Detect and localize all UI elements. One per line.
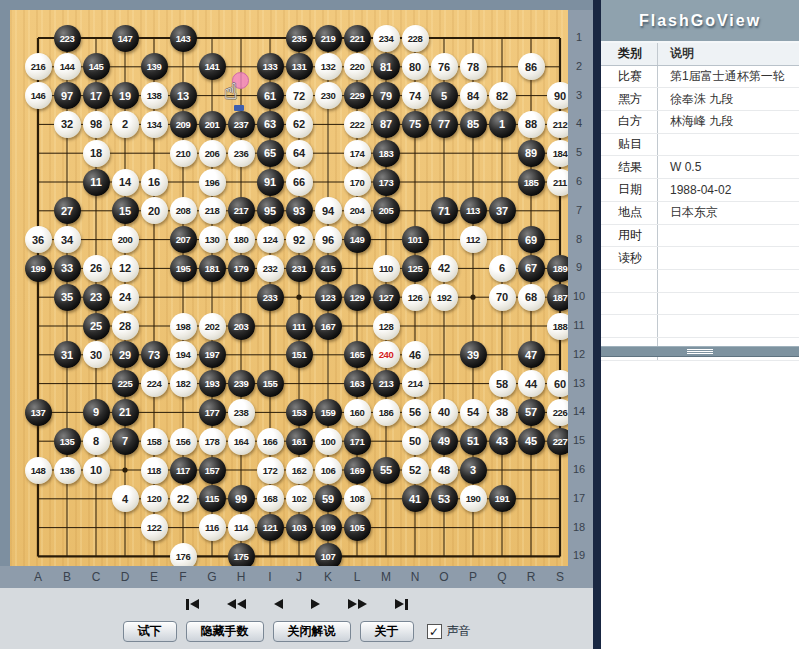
info-row-8: 用时 — [601, 225, 799, 248]
info-label: 白方 — [601, 113, 657, 130]
stone-white-move-220-at-L2: 220 — [344, 53, 371, 80]
stone-black-move-181-at-G9: 181 — [199, 255, 226, 282]
stone-black-move-111-at-J11: 111 — [286, 313, 313, 340]
stone-white-move-4-at-D17: 4 — [112, 485, 139, 512]
stone-black-move-209-at-F4: 209 — [170, 111, 197, 138]
info-label: 黑方 — [601, 91, 657, 108]
first-move-button[interactable] — [184, 596, 201, 612]
pane-separator — [593, 0, 601, 649]
info-value: 1988-04-02 — [657, 179, 799, 201]
stone-white-move-54-at-P14: 54 — [460, 399, 487, 426]
stone-black-move-183-at-M5: 183 — [373, 140, 400, 167]
stone-black-move-201-at-G4: 201 — [199, 111, 226, 138]
stone-white-move-102-at-J17: 102 — [286, 485, 313, 512]
info-row-6: 日期1988-04-02 — [601, 179, 799, 202]
stone-white-move-138-at-E3: 138 — [141, 82, 168, 109]
stone-black-move-141-at-G2: 141 — [199, 53, 226, 80]
row-label-17: 17 — [568, 492, 590, 504]
stone-white-move-22-at-F17: 22 — [170, 485, 197, 512]
row-label-1: 1 — [568, 31, 590, 43]
stone-black-move-223-at-B1: 223 — [54, 25, 81, 52]
stone-white-move-110-at-M9: 110 — [373, 255, 400, 282]
info-value: W 0.5 — [657, 156, 799, 178]
stone-black-move-185-at-R6: 185 — [518, 169, 545, 196]
stone-white-move-6-at-Q9: 6 — [489, 255, 516, 282]
stone-white-move-86-at-R2: 86 — [518, 53, 545, 80]
stone-black-move-169-at-L16: 169 — [344, 457, 371, 484]
stone-white-move-74-at-N3: 74 — [402, 82, 429, 109]
stone-white-move-164-at-H15: 164 — [228, 428, 255, 455]
stone-black-move-1-at-Q4: 1 — [489, 111, 516, 138]
stone-black-move-43-at-Q15: 43 — [489, 428, 516, 455]
info-label: 用时 — [601, 227, 657, 244]
col-label-I: I — [261, 570, 279, 584]
stone-black-move-117-at-F16: 117 — [170, 457, 197, 484]
stone-black-move-23-at-C10: 23 — [83, 284, 110, 311]
stone-black-move-87-at-M4: 87 — [373, 111, 400, 138]
stone-white-move-92-at-J8: 92 — [286, 226, 313, 253]
stone-black-move-195-at-F9: 195 — [170, 255, 197, 282]
stone-white-move-36-at-A8: 36 — [25, 226, 52, 253]
bar-left-icon — [190, 599, 199, 609]
stone-white-move-234-at-M1: 234 — [373, 25, 400, 52]
stone-black-move-41-at-N17: 41 — [402, 485, 429, 512]
col-label-H: H — [232, 570, 250, 584]
stone-black-move-33-at-B9: 33 — [54, 255, 81, 282]
stone-white-move-56-at-N14: 56 — [402, 399, 429, 426]
stone-white-move-186-at-M14: 186 — [373, 399, 400, 426]
stone-white-move-44-at-R13: 44 — [518, 370, 545, 397]
stone-black-move-159-at-K14: 159 — [315, 399, 342, 426]
stone-white-move-96-at-K8: 96 — [315, 226, 342, 253]
stone-white-move-148-at-A16: 148 — [25, 457, 52, 484]
stone-black-move-205-at-M7: 205 — [373, 197, 400, 224]
stone-black-move-129-at-L10: 129 — [344, 284, 371, 311]
info-label: 日期 — [601, 181, 657, 198]
stone-white-move-38-at-Q14: 38 — [489, 399, 516, 426]
stone-white-move-132-at-K2: 132 — [315, 53, 342, 80]
stone-black-move-171-at-L15: 171 — [344, 428, 371, 455]
sound-label: 声音 — [447, 623, 471, 640]
stone-white-move-240-at-M12: 240 — [373, 341, 400, 368]
try-move-button[interactable]: 试下 — [123, 621, 177, 642]
stone-black-move-147-at-D1: 147 — [112, 25, 139, 52]
stone-white-move-78-at-P2: 78 — [460, 53, 487, 80]
stone-black-move-101-at-N8: 101 — [402, 226, 429, 253]
stone-white-move-20-at-E7: 20 — [141, 197, 168, 224]
stone-white-move-232-at-I9: 232 — [257, 255, 284, 282]
stone-black-move-13-at-F3: 13 — [170, 82, 197, 109]
stone-white-move-160-at-L14: 160 — [344, 399, 371, 426]
stone-black-move-61-at-I3: 61 — [257, 82, 284, 109]
stone-white-move-158-at-E15: 158 — [141, 428, 168, 455]
info-label: 比赛 — [601, 68, 657, 85]
stone-black-move-215-at-K9: 215 — [315, 255, 342, 282]
stone-black-move-229-at-L3: 229 — [344, 82, 371, 109]
stone-black-move-35-at-B10: 35 — [54, 284, 81, 311]
col-label-C: C — [87, 570, 105, 584]
stone-white-move-230-at-K3: 230 — [315, 82, 342, 109]
double-right-icon — [358, 599, 367, 609]
next-move-button[interactable] — [309, 596, 322, 612]
info-value — [657, 293, 799, 315]
stone-black-move-161-at-J15: 161 — [286, 428, 313, 455]
stone-white-move-108-at-L17: 108 — [344, 485, 371, 512]
app-title-band: FlashGoView — [601, 0, 799, 43]
stone-black-move-125-at-N9: 125 — [402, 255, 429, 282]
info-value: 林海峰 九段 — [657, 111, 799, 133]
stone-white-move-52-at-N16: 52 — [402, 457, 429, 484]
flashgoview-window: 2231471432352192212342282161441451391411… — [0, 0, 799, 649]
col-label-J: J — [290, 570, 308, 584]
stone-black-move-69-at-R8: 69 — [518, 226, 545, 253]
left-icon — [274, 599, 283, 609]
stone-black-move-143-at-F1: 143 — [170, 25, 197, 52]
sound-checkbox[interactable]: ✓ — [427, 624, 442, 639]
stone-white-move-238-at-H14: 238 — [228, 399, 255, 426]
row-label-4: 4 — [568, 117, 590, 129]
stone-white-move-12-at-D9: 12 — [112, 255, 139, 282]
sidebar-splitter[interactable] — [601, 346, 799, 357]
stone-black-move-235-at-J1: 235 — [286, 25, 313, 52]
stone-white-move-26-at-C9: 26 — [83, 255, 110, 282]
app-title: FlashGoView — [639, 12, 761, 30]
stone-white-move-134-at-E4: 134 — [141, 111, 168, 138]
stone-black-move-233-at-I10: 233 — [257, 284, 284, 311]
stone-black-move-89-at-R5: 89 — [518, 140, 545, 167]
stone-black-move-231-at-J9: 231 — [286, 255, 313, 282]
stone-white-move-128-at-M11: 128 — [373, 313, 400, 340]
stone-black-move-213-at-M13: 213 — [373, 370, 400, 397]
stone-white-move-10-at-C16: 10 — [83, 457, 110, 484]
info-row-5: 结果W 0.5 — [601, 156, 799, 179]
stone-white-move-190-at-P17: 190 — [460, 485, 487, 512]
stone-black-move-197-at-G12: 197 — [199, 341, 226, 368]
stone-black-move-53-at-O17: 53 — [431, 485, 458, 512]
col-label-R: R — [522, 570, 540, 584]
stone-black-move-91-at-I6: 91 — [257, 169, 284, 196]
stone-black-move-31-at-B12: 31 — [54, 341, 81, 368]
hide-move-numbers-button[interactable]: 隐藏手数 — [186, 621, 264, 642]
stone-white-move-178-at-G15: 178 — [199, 428, 226, 455]
stone-black-move-57-at-R14: 57 — [518, 399, 545, 426]
stone-black-move-217-at-H7: 217 — [228, 197, 255, 224]
info-label: 贴目 — [601, 136, 657, 153]
stone-black-move-7-at-D15: 7 — [112, 428, 139, 455]
row-label-9: 9 — [568, 261, 590, 273]
stone-white-move-162-at-J16: 162 — [286, 457, 313, 484]
stone-white-move-68-at-R10: 68 — [518, 284, 545, 311]
stone-black-move-49-at-O15: 49 — [431, 428, 458, 455]
stone-black-move-47-at-R12: 47 — [518, 341, 545, 368]
stone-white-move-50-at-N15: 50 — [402, 428, 429, 455]
stone-white-move-72-at-J3: 72 — [286, 82, 313, 109]
stone-white-move-126-at-N10: 126 — [402, 284, 429, 311]
stone-black-move-115-at-G17: 115 — [199, 485, 226, 512]
col-label-M: M — [377, 570, 395, 584]
stone-white-move-202-at-G11: 202 — [199, 313, 226, 340]
stone-white-move-118-at-E16: 118 — [141, 457, 168, 484]
stone-white-move-172-at-I16: 172 — [257, 457, 284, 484]
stone-white-move-200-at-D8: 200 — [112, 226, 139, 253]
stone-white-move-48-at-O16: 48 — [431, 457, 458, 484]
info-value — [657, 247, 799, 269]
col-label-K: K — [319, 570, 337, 584]
hand-pointer-icon: ☝ — [224, 79, 237, 105]
info-value — [657, 270, 799, 292]
stone-black-move-45-at-R15: 45 — [518, 428, 545, 455]
info-row-3: 白方林海峰 九段 — [601, 111, 799, 134]
stone-white-move-194-at-F12: 194 — [170, 341, 197, 368]
col-label-N: N — [406, 570, 424, 584]
stone-white-move-94-at-K7: 94 — [315, 197, 342, 224]
row-label-7: 7 — [568, 204, 590, 216]
info-row-1: 比赛第1届富士通杯第一轮 — [601, 66, 799, 89]
stone-black-move-191-at-Q17: 191 — [489, 485, 516, 512]
row-label-19: 19 — [568, 549, 590, 561]
stone-black-move-9-at-C14: 9 — [83, 399, 110, 426]
right-bar-icon — [405, 599, 408, 610]
stone-black-move-19-at-D3: 19 — [112, 82, 139, 109]
last-move-button[interactable] — [393, 596, 410, 612]
stone-white-move-40-at-O14: 40 — [431, 399, 458, 426]
stone-black-move-239-at-H13: 239 — [228, 370, 255, 397]
stone-black-move-85-at-P4: 85 — [460, 111, 487, 138]
col-label-D: D — [116, 570, 134, 584]
cursor-hand-icon: ☝ — [224, 72, 258, 116]
info-row-12 — [601, 315, 799, 338]
stone-black-move-113-at-P7: 113 — [460, 197, 487, 224]
stone-white-move-180-at-H8: 180 — [228, 226, 255, 253]
stone-white-move-64-at-J5: 64 — [286, 140, 313, 167]
info-row-2: 黑方徐奉洙 九段 — [601, 88, 799, 111]
bar-left-icon — [186, 599, 189, 610]
stone-white-move-206-at-G5: 206 — [199, 140, 226, 167]
row-label-18: 18 — [568, 521, 590, 533]
stone-white-move-144-at-B2: 144 — [54, 53, 81, 80]
right-bar-icon — [395, 599, 404, 609]
stone-black-move-203-at-H11: 203 — [228, 313, 255, 340]
stone-black-move-131-at-J2: 131 — [286, 53, 313, 80]
stone-black-move-133-at-I2: 133 — [257, 53, 284, 80]
stone-white-move-130-at-G8: 130 — [199, 226, 226, 253]
stone-black-move-155-at-I13: 155 — [257, 370, 284, 397]
stone-black-move-207-at-F8: 207 — [170, 226, 197, 253]
stone-black-move-153-at-J14: 153 — [286, 399, 313, 426]
stone-white-move-62-at-J4: 62 — [286, 111, 313, 138]
info-label: 结果 — [601, 159, 657, 176]
stone-black-move-139-at-E2: 139 — [141, 53, 168, 80]
stone-black-move-17-at-C3: 17 — [83, 82, 110, 109]
stone-black-move-151-at-J12: 151 — [286, 341, 313, 368]
stone-white-move-82-at-Q3: 82 — [489, 82, 516, 109]
stone-white-move-114-at-H18: 114 — [228, 514, 255, 541]
stone-black-move-149-at-L8: 149 — [344, 226, 371, 253]
row-label-11: 11 — [568, 319, 590, 331]
info-sidebar: FlashGoView 类别说明比赛第1届富士通杯第一轮黑方徐奉洙 九段白方林海… — [601, 0, 799, 649]
stone-white-move-222-at-L4: 222 — [344, 111, 371, 138]
stone-black-move-29-at-D12: 29 — [112, 341, 139, 368]
stone-black-move-75-at-N4: 75 — [402, 111, 429, 138]
stone-white-move-98-at-C4: 98 — [83, 111, 110, 138]
col-label-O: O — [435, 570, 453, 584]
stone-white-move-168-at-I17: 168 — [257, 485, 284, 512]
info-row-9: 读秒 — [601, 247, 799, 270]
stone-black-move-135-at-B15: 135 — [54, 428, 81, 455]
stone-white-move-80-at-N2: 80 — [402, 53, 429, 80]
stone-black-move-65-at-I5: 65 — [257, 140, 284, 167]
stone-white-move-216-at-A2: 216 — [25, 53, 52, 80]
stone-black-move-39-at-P12: 39 — [460, 341, 487, 368]
stone-black-move-219-at-K1: 219 — [315, 25, 342, 52]
stone-white-move-196-at-G6: 196 — [199, 169, 226, 196]
double-left-icon — [237, 599, 246, 609]
stone-white-move-204-at-L7: 204 — [344, 197, 371, 224]
stone-black-move-81-at-M2: 81 — [373, 53, 400, 80]
stone-white-move-146-at-A3: 146 — [25, 82, 52, 109]
stone-white-move-122-at-E18: 122 — [141, 514, 168, 541]
stone-white-move-192-at-O10: 192 — [431, 284, 458, 311]
stone-white-move-236-at-H5: 236 — [228, 140, 255, 167]
stone-white-move-106-at-K16: 106 — [315, 457, 342, 484]
row-label-10: 10 — [568, 290, 590, 302]
row-label-5: 5 — [568, 146, 590, 158]
row-label-14: 14 — [568, 405, 590, 417]
stone-black-move-63-at-I4: 63 — [257, 111, 284, 138]
stone-black-move-179-at-H9: 179 — [228, 255, 255, 282]
stone-black-move-79-at-M3: 79 — [373, 82, 400, 109]
stone-black-move-221-at-L1: 221 — [344, 25, 371, 52]
stone-white-move-76-at-O2: 76 — [431, 53, 458, 80]
stone-black-move-95-at-I7: 95 — [257, 197, 284, 224]
row-label-13: 13 — [568, 377, 590, 389]
stone-white-move-30-at-C12: 30 — [83, 341, 110, 368]
info-row-11 — [601, 293, 799, 316]
board-pane: 2231471432352192212342282161441451391411… — [0, 0, 593, 649]
stone-white-move-34-at-B8: 34 — [54, 226, 81, 253]
stone-white-move-136-at-B16: 136 — [54, 457, 81, 484]
row-label-12: 12 — [568, 348, 590, 360]
col-label-S: S — [551, 570, 569, 584]
info-row-7: 地点日本东京 — [601, 202, 799, 225]
stone-white-move-208-at-F7: 208 — [170, 197, 197, 224]
stone-white-move-174-at-L5: 174 — [344, 140, 371, 167]
col-label-Q: Q — [493, 570, 511, 584]
row-label-6: 6 — [568, 175, 590, 187]
stone-white-move-112-at-P8: 112 — [460, 226, 487, 253]
stone-black-move-15-at-D7: 15 — [112, 197, 139, 224]
stone-black-move-157-at-G16: 157 — [199, 457, 226, 484]
column-coordinates: ABCDEFGHIJKLMNOPQRS — [0, 566, 593, 588]
stone-white-move-2-at-D4: 2 — [112, 111, 139, 138]
stone-white-move-14-at-D6: 14 — [112, 169, 139, 196]
stone-white-move-84-at-P3: 84 — [460, 82, 487, 109]
stone-black-move-97-at-B3: 97 — [54, 82, 81, 109]
info-value — [657, 315, 799, 337]
splitter-grip-icon — [687, 349, 713, 354]
stone-white-move-28-at-D11: 28 — [112, 313, 139, 340]
about-button[interactable]: 关于 — [360, 621, 414, 642]
info-row-4: 贴目 — [601, 134, 799, 157]
stone-white-move-8-at-C15: 8 — [83, 428, 110, 455]
info-value — [657, 134, 799, 156]
col-label-L: L — [348, 570, 366, 584]
stone-white-move-16-at-E6: 16 — [141, 169, 168, 196]
stone-black-move-105-at-L18: 105 — [344, 514, 371, 541]
stone-black-move-165-at-L12: 165 — [344, 341, 371, 368]
stone-white-move-166-at-I15: 166 — [257, 428, 284, 455]
stone-white-move-198-at-F11: 198 — [170, 313, 197, 340]
prev-move-button[interactable] — [272, 596, 285, 612]
stone-white-move-228-at-N1: 228 — [402, 25, 429, 52]
row-label-16: 16 — [568, 463, 590, 475]
info-value — [657, 225, 799, 247]
info-label: 类别 — [601, 45, 657, 62]
stone-black-move-163-at-L13: 163 — [344, 370, 371, 397]
stone-white-move-66-at-J6: 66 — [286, 169, 313, 196]
col-label-P: P — [464, 570, 482, 584]
row-label-2: 2 — [568, 60, 590, 72]
col-label-F: F — [174, 570, 192, 584]
info-value: 第1届富士通杯第一轮 — [657, 66, 799, 88]
stone-black-move-99-at-H17: 99 — [228, 485, 255, 512]
fast-forward-button[interactable] — [346, 596, 369, 612]
stone-white-move-218-at-G7: 218 — [199, 197, 226, 224]
info-header-row: 类别说明 — [601, 43, 799, 66]
stone-white-move-32-at-B4: 32 — [54, 111, 81, 138]
stone-white-move-170-at-L6: 170 — [344, 169, 371, 196]
row-label-15: 15 — [568, 434, 590, 446]
stone-black-move-55-at-M16: 55 — [373, 457, 400, 484]
info-row-10 — [601, 270, 799, 293]
info-label: 地点 — [601, 204, 657, 221]
stone-black-move-67-at-R9: 67 — [518, 255, 545, 282]
stone-black-move-167-at-K11: 167 — [315, 313, 342, 340]
row-label-3: 3 — [568, 89, 590, 101]
right-icon — [311, 599, 320, 609]
row-label-8: 8 — [568, 233, 590, 245]
stone-white-move-214-at-N13: 214 — [402, 370, 429, 397]
stone-white-move-124-at-I8: 124 — [257, 226, 284, 253]
stone-white-move-224-at-E13: 224 — [141, 370, 168, 397]
stone-white-move-210-at-F5: 210 — [170, 140, 197, 167]
stone-black-move-21-at-D14: 21 — [112, 399, 139, 426]
stone-white-move-46-at-N12: 46 — [402, 341, 429, 368]
stone-black-move-103-at-J18: 103 — [286, 514, 313, 541]
stone-black-move-27-at-B7: 27 — [54, 197, 81, 224]
stone-black-move-109-at-K18: 109 — [315, 514, 342, 541]
stone-black-move-145-at-C2: 145 — [83, 53, 110, 80]
stone-white-move-88-at-R4: 88 — [518, 111, 545, 138]
stone-white-move-156-at-F15: 156 — [170, 428, 197, 455]
close-commentary-button[interactable]: 关闭解说 — [273, 621, 351, 642]
stone-black-move-37-at-Q7: 37 — [489, 197, 516, 224]
stone-white-move-100-at-K15: 100 — [315, 428, 342, 455]
stone-black-move-11-at-C6: 11 — [83, 169, 110, 196]
stone-black-move-93-at-J7: 93 — [286, 197, 313, 224]
stone-black-move-77-at-O4: 77 — [431, 111, 458, 138]
action-button-row: 试下隐藏手数关闭解说关于✓声音 — [0, 621, 593, 642]
stone-black-move-225-at-D13: 225 — [112, 370, 139, 397]
stone-white-move-120-at-E17: 120 — [141, 485, 168, 512]
double-right-icon — [348, 599, 357, 609]
stone-black-move-71-at-O7: 71 — [431, 197, 458, 224]
stone-black-move-199-at-A9: 199 — [25, 255, 52, 282]
stone-black-move-121-at-I18: 121 — [257, 514, 284, 541]
col-label-G: G — [203, 570, 221, 584]
fast-rewind-button[interactable] — [225, 596, 248, 612]
info-value: 徐奉洙 九段 — [657, 88, 799, 110]
